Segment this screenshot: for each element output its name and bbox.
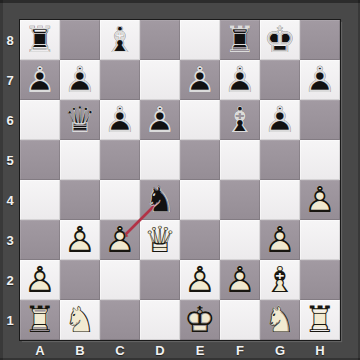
file-label-C: C xyxy=(100,340,140,360)
white-pawn-outline: ♙ xyxy=(60,220,100,260)
piece-black-pawn-f7[interactable]: ♟♙ xyxy=(220,60,260,100)
piece-white-bishop-g2[interactable]: ♝♗ xyxy=(260,260,300,300)
rank-label-8: 8 xyxy=(0,20,20,60)
black-pawn-outline: ♙ xyxy=(60,60,100,100)
piece-black-pawn-e7[interactable]: ♟♙ xyxy=(180,60,220,100)
rank-label-5: 5 xyxy=(0,140,20,180)
black-pawn-outline: ♙ xyxy=(300,60,340,100)
chess-board-frame: ♜♖♝♗♜♖♚♔♟♙♟♙♟♙♟♙♟♙♛♕♟♙♟♙♝♗♟♙♞♘♟♙♟♙♟♙♛♕♟♙… xyxy=(0,0,360,360)
piece-black-knight-d4[interactable]: ♞♘ xyxy=(140,180,180,220)
white-knight-outline: ♘ xyxy=(60,300,100,340)
piece-black-queen-b6[interactable]: ♛♕ xyxy=(60,100,100,140)
rank-label-2: 2 xyxy=(0,260,20,300)
file-label-F: F xyxy=(220,340,260,360)
rank-label-6: 6 xyxy=(0,100,20,140)
piece-black-pawn-a7[interactable]: ♟♙ xyxy=(20,60,60,100)
file-label-E: E xyxy=(180,340,220,360)
piece-black-king-g8[interactable]: ♚♔ xyxy=(260,20,300,60)
piece-white-pawn-e2[interactable]: ♟♙ xyxy=(180,260,220,300)
piece-white-pawn-c3[interactable]: ♟♙ xyxy=(100,220,140,260)
file-label-G: G xyxy=(260,340,300,360)
piece-black-pawn-c6[interactable]: ♟♙ xyxy=(100,100,140,140)
black-pawn-outline: ♙ xyxy=(20,60,60,100)
rank-labels: 87654321 xyxy=(0,20,20,340)
piece-white-king-e1[interactable]: ♚♔ xyxy=(180,300,220,340)
black-pawn-outline: ♙ xyxy=(220,60,260,100)
piece-white-knight-g1[interactable]: ♞♘ xyxy=(260,300,300,340)
white-rook-outline: ♖ xyxy=(300,300,340,340)
white-pawn-outline: ♙ xyxy=(20,260,60,300)
white-queen-outline: ♕ xyxy=(140,220,180,260)
white-pawn-outline: ♙ xyxy=(260,220,300,260)
piece-white-pawn-f2[interactable]: ♟♙ xyxy=(220,260,260,300)
piece-white-pawn-h4[interactable]: ♟♙ xyxy=(300,180,340,220)
file-label-B: B xyxy=(60,340,100,360)
white-pawn-outline: ♙ xyxy=(100,220,140,260)
file-label-H: H xyxy=(300,340,340,360)
white-knight-outline: ♘ xyxy=(260,300,300,340)
piece-white-queen-d3[interactable]: ♛♕ xyxy=(140,220,180,260)
rank-label-3: 3 xyxy=(0,220,20,260)
black-king-outline: ♔ xyxy=(260,20,300,60)
pieces-layer: ♜♖♝♗♜♖♚♔♟♙♟♙♟♙♟♙♟♙♛♕♟♙♟♙♝♗♟♙♞♘♟♙♟♙♟♙♛♕♟♙… xyxy=(20,20,340,340)
piece-black-pawn-d6[interactable]: ♟♙ xyxy=(140,100,180,140)
rank-label-1: 1 xyxy=(0,300,20,340)
piece-white-pawn-a2[interactable]: ♟♙ xyxy=(20,260,60,300)
rank-label-7: 7 xyxy=(0,60,20,100)
piece-black-pawn-g6[interactable]: ♟♙ xyxy=(260,100,300,140)
black-knight-outline: ♘ xyxy=(140,180,180,220)
black-rook-outline: ♖ xyxy=(220,20,260,60)
black-bishop-outline: ♗ xyxy=(100,20,140,60)
black-rook-outline: ♖ xyxy=(20,20,60,60)
white-pawn-outline: ♙ xyxy=(220,260,260,300)
piece-white-pawn-b3[interactable]: ♟♙ xyxy=(60,220,100,260)
file-labels: ABCDEFGH xyxy=(20,340,340,360)
black-pawn-outline: ♙ xyxy=(180,60,220,100)
black-pawn-outline: ♙ xyxy=(100,100,140,140)
piece-black-bishop-c8[interactable]: ♝♗ xyxy=(100,20,140,60)
piece-black-pawn-b7[interactable]: ♟♙ xyxy=(60,60,100,100)
white-bishop-outline: ♗ xyxy=(260,260,300,300)
piece-white-rook-h1[interactable]: ♜♖ xyxy=(300,300,340,340)
piece-black-rook-f8[interactable]: ♜♖ xyxy=(220,20,260,60)
rank-label-4: 4 xyxy=(0,180,20,220)
file-label-D: D xyxy=(140,340,180,360)
piece-black-bishop-f6[interactable]: ♝♗ xyxy=(220,100,260,140)
white-king-outline: ♔ xyxy=(180,300,220,340)
piece-white-rook-a1[interactable]: ♜♖ xyxy=(20,300,60,340)
black-pawn-outline: ♙ xyxy=(140,100,180,140)
piece-black-pawn-h7[interactable]: ♟♙ xyxy=(300,60,340,100)
white-rook-outline: ♖ xyxy=(20,300,60,340)
black-queen-outline: ♕ xyxy=(60,100,100,140)
white-pawn-outline: ♙ xyxy=(300,180,340,220)
piece-black-rook-a8[interactable]: ♜♖ xyxy=(20,20,60,60)
piece-white-knight-b1[interactable]: ♞♘ xyxy=(60,300,100,340)
piece-white-pawn-g3[interactable]: ♟♙ xyxy=(260,220,300,260)
black-pawn-outline: ♙ xyxy=(260,100,300,140)
white-pawn-outline: ♙ xyxy=(180,260,220,300)
file-label-A: A xyxy=(20,340,60,360)
black-bishop-outline: ♗ xyxy=(220,100,260,140)
